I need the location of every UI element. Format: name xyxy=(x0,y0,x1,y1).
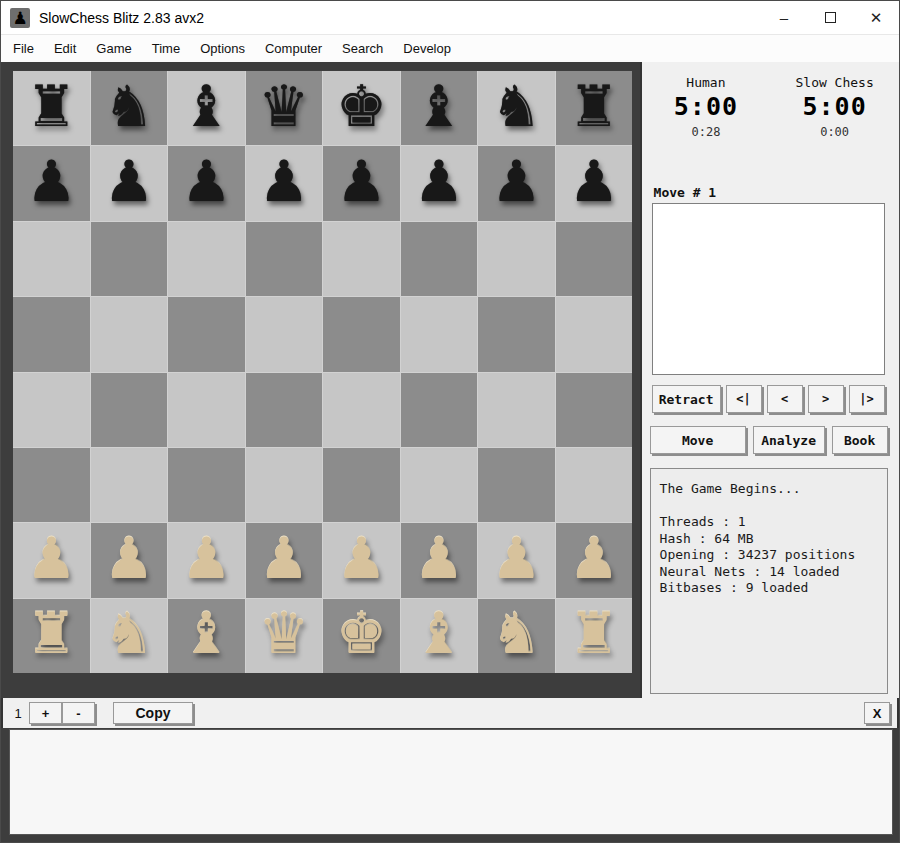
square-d6[interactable] xyxy=(246,222,323,296)
black-bishop: ♝ xyxy=(413,78,464,135)
black-rook: ♜ xyxy=(568,78,619,135)
square-h1[interactable]: ♜ xyxy=(556,599,633,673)
black-knight: ♞ xyxy=(103,78,154,135)
minimize-icon: – xyxy=(780,9,788,26)
white-bishop: ♝ xyxy=(181,605,232,662)
analyze-button[interactable]: Analyze xyxy=(753,426,825,454)
square-e8[interactable]: ♚ xyxy=(323,71,400,145)
square-e4[interactable] xyxy=(323,373,400,447)
move-list[interactable] xyxy=(652,203,885,375)
black-pawn: ♟ xyxy=(26,153,77,210)
prev-move-button[interactable]: < xyxy=(767,385,803,413)
square-f5[interactable] xyxy=(401,297,478,371)
square-g1[interactable]: ♞ xyxy=(478,599,555,673)
square-h3[interactable] xyxy=(556,448,633,522)
black-pawn: ♟ xyxy=(568,153,619,210)
square-e5[interactable] xyxy=(323,297,400,371)
square-g4[interactable] xyxy=(478,373,555,447)
human-clock: Human 5:00 0:28 xyxy=(642,75,771,139)
next-move-button[interactable]: > xyxy=(808,385,844,413)
square-b3[interactable] xyxy=(91,448,168,522)
maximize-icon xyxy=(825,12,836,23)
menu-item-search[interactable]: Search xyxy=(332,35,393,62)
square-c1[interactable]: ♝ xyxy=(168,599,245,673)
app-window: ♟ SlowChess Blitz 2.83 avx2 – ✕ FileEdit… xyxy=(0,0,900,843)
square-d4[interactable] xyxy=(246,373,323,447)
white-pawn: ♟ xyxy=(181,530,232,587)
white-knight: ♞ xyxy=(103,605,154,662)
square-e3[interactable] xyxy=(323,448,400,522)
close-icon: ✕ xyxy=(870,9,883,27)
square-c4[interactable] xyxy=(168,373,245,447)
window-controls: – ✕ xyxy=(761,1,899,34)
square-h6[interactable] xyxy=(556,222,633,296)
nav-button-row: Retract <| < > |> xyxy=(652,385,899,413)
square-f8[interactable]: ♝ xyxy=(401,71,478,145)
bottom-toolbar: 1 + - Copy X xyxy=(1,698,899,728)
white-pawn: ♟ xyxy=(336,530,387,587)
square-c7[interactable]: ♟ xyxy=(168,146,245,220)
square-a5[interactable] xyxy=(13,297,90,371)
square-f3[interactable] xyxy=(401,448,478,522)
black-pawn: ♟ xyxy=(103,153,154,210)
square-h8[interactable]: ♜ xyxy=(556,71,633,145)
square-d2[interactable]: ♟ xyxy=(246,523,323,597)
white-pawn: ♟ xyxy=(103,530,154,587)
square-a6[interactable] xyxy=(13,222,90,296)
square-f6[interactable] xyxy=(401,222,478,296)
action-button-row: Move Analyze Book xyxy=(650,426,899,454)
square-c8[interactable]: ♝ xyxy=(168,71,245,145)
white-knight: ♞ xyxy=(491,605,542,662)
square-d7[interactable]: ♟ xyxy=(246,146,323,220)
square-h7[interactable]: ♟ xyxy=(556,146,633,220)
line-index-label: 1 xyxy=(7,706,29,721)
first-move-button[interactable]: <| xyxy=(726,385,762,413)
white-bishop: ♝ xyxy=(413,605,464,662)
black-bishop: ♝ xyxy=(181,78,232,135)
square-b1[interactable]: ♞ xyxy=(91,599,168,673)
square-c3[interactable] xyxy=(168,448,245,522)
engine-increment: 0:00 xyxy=(770,125,899,139)
close-panel-button[interactable]: X xyxy=(864,702,890,724)
square-h5[interactable] xyxy=(556,297,633,371)
engine-label: Slow Chess xyxy=(770,75,899,90)
menu-item-develop[interactable]: Develop xyxy=(393,35,461,62)
minus-button[interactable]: - xyxy=(62,702,95,724)
white-pawn: ♟ xyxy=(568,530,619,587)
black-pawn: ♟ xyxy=(258,153,309,210)
square-d8[interactable]: ♛ xyxy=(246,71,323,145)
black-pawn: ♟ xyxy=(491,153,542,210)
black-pawn: ♟ xyxy=(181,153,232,210)
retract-button[interactable]: Retract xyxy=(652,385,721,413)
white-pawn: ♟ xyxy=(413,530,464,587)
black-knight: ♞ xyxy=(491,78,542,135)
move-number-label: Move # 1 xyxy=(654,185,899,200)
engine-info-box: The Game Begins... Threads : 1 Hash : 64… xyxy=(650,468,888,694)
square-a3[interactable] xyxy=(13,448,90,522)
menu-item-options[interactable]: Options xyxy=(190,35,255,62)
title-bar: ♟ SlowChess Blitz 2.83 avx2 – ✕ xyxy=(1,1,899,35)
engine-clock: Slow Chess 5:00 0:00 xyxy=(770,75,899,139)
app-black-pawn-icon: ♟ xyxy=(10,8,30,28)
human-time: 5:00 xyxy=(642,92,771,121)
black-pawn: ♟ xyxy=(336,153,387,210)
square-c5[interactable] xyxy=(168,297,245,371)
white-queen: ♛ xyxy=(258,605,309,662)
clock-row: Human 5:00 0:28 Slow Chess 5:00 0:00 xyxy=(642,62,899,139)
board-frame: ♜♞♝♛♚♝♞♜♟♟♟♟♟♟♟♟♟♟♟♟♟♟♟♟♜♞♝♛♚♝♞♜ xyxy=(1,62,640,698)
book-button[interactable]: Book xyxy=(832,426,888,454)
square-b7[interactable]: ♟ xyxy=(91,146,168,220)
move-button[interactable]: Move xyxy=(650,426,746,454)
bottom-section xyxy=(1,728,899,842)
square-e1[interactable]: ♚ xyxy=(323,599,400,673)
last-move-button[interactable]: |> xyxy=(849,385,885,413)
square-g3[interactable] xyxy=(478,448,555,522)
square-a8[interactable]: ♜ xyxy=(13,71,90,145)
square-g5[interactable] xyxy=(478,297,555,371)
human-label: Human xyxy=(642,75,771,90)
white-pawn: ♟ xyxy=(26,530,77,587)
close-button[interactable]: ✕ xyxy=(853,1,899,34)
square-a2[interactable]: ♟ xyxy=(13,523,90,597)
menu-bar: FileEditGameTimeOptionsComputerSearchDev… xyxy=(1,35,899,62)
square-f2[interactable]: ♟ xyxy=(401,523,478,597)
square-h2[interactable]: ♟ xyxy=(556,523,633,597)
menu-item-edit[interactable]: Edit xyxy=(44,35,86,62)
chess-board: ♜♞♝♛♚♝♞♜♟♟♟♟♟♟♟♟♟♟♟♟♟♟♟♟♜♞♝♛♚♝♞♜ xyxy=(13,71,632,673)
square-d3[interactable] xyxy=(246,448,323,522)
menu-item-game[interactable]: Game xyxy=(86,35,141,62)
white-king: ♚ xyxy=(336,605,387,662)
square-e7[interactable]: ♟ xyxy=(323,146,400,220)
square-b6[interactable] xyxy=(91,222,168,296)
square-a4[interactable] xyxy=(13,373,90,447)
square-c6[interactable] xyxy=(168,222,245,296)
square-g8[interactable]: ♞ xyxy=(478,71,555,145)
square-e2[interactable]: ♟ xyxy=(323,523,400,597)
black-pawn: ♟ xyxy=(413,153,464,210)
square-b2[interactable]: ♟ xyxy=(91,523,168,597)
square-b4[interactable] xyxy=(91,373,168,447)
white-rook: ♜ xyxy=(568,605,619,662)
menu-item-file[interactable]: File xyxy=(3,35,44,62)
engine-output-panel xyxy=(9,729,893,835)
square-b5[interactable] xyxy=(91,297,168,371)
square-g7[interactable]: ♟ xyxy=(478,146,555,220)
engine-time: 5:00 xyxy=(770,92,899,121)
menu-item-computer[interactable]: Computer xyxy=(255,35,332,62)
square-c2[interactable]: ♟ xyxy=(168,523,245,597)
square-e6[interactable] xyxy=(323,222,400,296)
square-a1[interactable]: ♜ xyxy=(13,599,90,673)
white-rook: ♜ xyxy=(26,605,77,662)
side-panel: Human 5:00 0:28 Slow Chess 5:00 0:00 Mov… xyxy=(640,62,899,698)
maximize-button[interactable] xyxy=(807,1,853,34)
plus-button[interactable]: + xyxy=(29,702,62,724)
square-d5[interactable] xyxy=(246,297,323,371)
square-a7[interactable]: ♟ xyxy=(13,146,90,220)
square-f7[interactable]: ♟ xyxy=(401,146,478,220)
copy-button[interactable]: Copy xyxy=(113,702,193,724)
square-g2[interactable]: ♟ xyxy=(478,523,555,597)
white-pawn: ♟ xyxy=(491,530,542,587)
square-f1[interactable]: ♝ xyxy=(401,599,478,673)
window-title: SlowChess Blitz 2.83 avx2 xyxy=(39,10,204,26)
square-f4[interactable] xyxy=(401,373,478,447)
main-content: ♜♞♝♛♚♝♞♜♟♟♟♟♟♟♟♟♟♟♟♟♟♟♟♟♜♞♝♛♚♝♞♜ Human 5… xyxy=(1,62,899,698)
white-pawn: ♟ xyxy=(258,530,309,587)
square-b8[interactable]: ♞ xyxy=(91,71,168,145)
square-g6[interactable] xyxy=(478,222,555,296)
square-h4[interactable] xyxy=(556,373,633,447)
menu-item-time[interactable]: Time xyxy=(142,35,190,62)
black-rook: ♜ xyxy=(26,78,77,135)
minimize-button[interactable]: – xyxy=(761,1,807,34)
human-increment: 0:28 xyxy=(642,125,771,139)
black-queen: ♛ xyxy=(258,78,309,135)
square-d1[interactable]: ♛ xyxy=(246,599,323,673)
black-king: ♚ xyxy=(336,78,387,135)
